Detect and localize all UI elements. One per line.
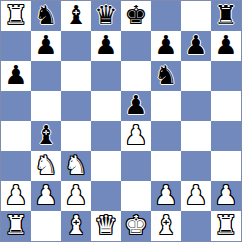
square-e3[interactable] — [121, 151, 151, 181]
square-h3[interactable] — [211, 151, 241, 181]
square-a7[interactable] — [1, 31, 31, 61]
piece-black-rook[interactable]: ♜ — [214, 2, 237, 28]
piece-black-bishop[interactable]: ♝ — [34, 122, 57, 148]
square-a1[interactable]: ♜ — [1, 211, 31, 241]
piece-black-pawn[interactable]: ♟ — [154, 32, 177, 58]
square-d5[interactable] — [91, 91, 121, 121]
square-c2[interactable]: ♟ — [61, 181, 91, 211]
piece-white-pawn[interactable]: ♟ — [64, 182, 87, 208]
square-e7[interactable] — [121, 31, 151, 61]
square-g2[interactable]: ♟ — [181, 181, 211, 211]
square-c5[interactable] — [61, 91, 91, 121]
square-c1[interactable]: ♝ — [61, 211, 91, 241]
piece-black-pawn[interactable]: ♟ — [124, 92, 147, 118]
square-b3[interactable]: ♞ — [31, 151, 61, 181]
chess-board-frame: ♜♞♝♛♚♜♟♟♟♟♟♟♞♟♝♟♞♞♟♟♟♟♟♟♜♝♛♚♝♜ — [0, 0, 242, 242]
piece-black-king[interactable]: ♚ — [124, 2, 147, 28]
square-g5[interactable] — [181, 91, 211, 121]
square-d7[interactable]: ♟ — [91, 31, 121, 61]
piece-black-pawn[interactable]: ♟ — [94, 32, 117, 58]
square-e2[interactable] — [121, 181, 151, 211]
square-f5[interactable] — [151, 91, 181, 121]
square-f8[interactable] — [151, 1, 181, 31]
square-h6[interactable] — [211, 61, 241, 91]
square-e5[interactable]: ♟ — [121, 91, 151, 121]
piece-black-knight[interactable]: ♞ — [34, 2, 57, 28]
square-g6[interactable] — [181, 61, 211, 91]
square-c4[interactable] — [61, 121, 91, 151]
piece-white-king[interactable]: ♚ — [124, 212, 147, 238]
square-b1[interactable] — [31, 211, 61, 241]
chess-board: ♜♞♝♛♚♜♟♟♟♟♟♟♞♟♝♟♞♞♟♟♟♟♟♟♜♝♛♚♝♜ — [1, 1, 241, 241]
piece-white-knight[interactable]: ♞ — [34, 152, 57, 178]
piece-white-queen[interactable]: ♛ — [94, 212, 117, 238]
square-b4[interactable]: ♝ — [31, 121, 61, 151]
piece-white-pawn[interactable]: ♟ — [4, 182, 27, 208]
piece-white-pawn[interactable]: ♟ — [184, 182, 207, 208]
square-g4[interactable] — [181, 121, 211, 151]
piece-white-rook[interactable]: ♜ — [214, 212, 237, 238]
piece-white-rook[interactable]: ♜ — [4, 212, 27, 238]
square-f6[interactable]: ♞ — [151, 61, 181, 91]
square-g8[interactable] — [181, 1, 211, 31]
square-b7[interactable]: ♟ — [31, 31, 61, 61]
square-d3[interactable] — [91, 151, 121, 181]
square-a2[interactable]: ♟ — [1, 181, 31, 211]
square-c3[interactable]: ♞ — [61, 151, 91, 181]
square-g3[interactable] — [181, 151, 211, 181]
piece-black-pawn[interactable]: ♟ — [214, 32, 237, 58]
piece-white-pawn[interactable]: ♟ — [214, 182, 237, 208]
piece-black-bishop[interactable]: ♝ — [64, 2, 87, 28]
square-d1[interactable]: ♛ — [91, 211, 121, 241]
square-f7[interactable]: ♟ — [151, 31, 181, 61]
square-d4[interactable] — [91, 121, 121, 151]
square-c8[interactable]: ♝ — [61, 1, 91, 31]
square-h4[interactable] — [211, 121, 241, 151]
square-h5[interactable] — [211, 91, 241, 121]
square-a5[interactable] — [1, 91, 31, 121]
square-b5[interactable] — [31, 91, 61, 121]
piece-black-pawn[interactable]: ♟ — [4, 62, 27, 88]
piece-black-knight[interactable]: ♞ — [154, 62, 177, 88]
square-h2[interactable]: ♟ — [211, 181, 241, 211]
square-f2[interactable]: ♟ — [151, 181, 181, 211]
square-a6[interactable]: ♟ — [1, 61, 31, 91]
square-e1[interactable]: ♚ — [121, 211, 151, 241]
piece-black-pawn[interactable]: ♟ — [184, 32, 207, 58]
square-h7[interactable]: ♟ — [211, 31, 241, 61]
square-f3[interactable] — [151, 151, 181, 181]
square-d8[interactable]: ♛ — [91, 1, 121, 31]
piece-white-pawn[interactable]: ♟ — [34, 182, 57, 208]
piece-white-rook[interactable]: ♜ — [4, 2, 27, 28]
square-e6[interactable] — [121, 61, 151, 91]
square-h8[interactable]: ♜ — [211, 1, 241, 31]
square-e4[interactable]: ♟ — [121, 121, 151, 151]
square-d6[interactable] — [91, 61, 121, 91]
square-a3[interactable] — [1, 151, 31, 181]
piece-white-pawn[interactable]: ♟ — [154, 182, 177, 208]
square-f4[interactable] — [151, 121, 181, 151]
piece-white-pawn[interactable]: ♟ — [124, 122, 147, 148]
square-b2[interactable]: ♟ — [31, 181, 61, 211]
square-c6[interactable] — [61, 61, 91, 91]
square-b6[interactable] — [31, 61, 61, 91]
square-h1[interactable]: ♜ — [211, 211, 241, 241]
square-g1[interactable] — [181, 211, 211, 241]
square-a4[interactable] — [1, 121, 31, 151]
square-f1[interactable]: ♝ — [151, 211, 181, 241]
piece-black-pawn[interactable]: ♟ — [34, 32, 57, 58]
square-d2[interactable] — [91, 181, 121, 211]
square-e8[interactable]: ♚ — [121, 1, 151, 31]
piece-white-knight[interactable]: ♞ — [64, 152, 87, 178]
square-b8[interactable]: ♞ — [31, 1, 61, 31]
piece-white-bishop[interactable]: ♝ — [64, 212, 87, 238]
piece-white-bishop[interactable]: ♝ — [154, 212, 177, 238]
square-a8[interactable]: ♜ — [1, 1, 31, 31]
square-c7[interactable] — [61, 31, 91, 61]
square-g7[interactable]: ♟ — [181, 31, 211, 61]
piece-black-queen[interactable]: ♛ — [94, 2, 117, 28]
